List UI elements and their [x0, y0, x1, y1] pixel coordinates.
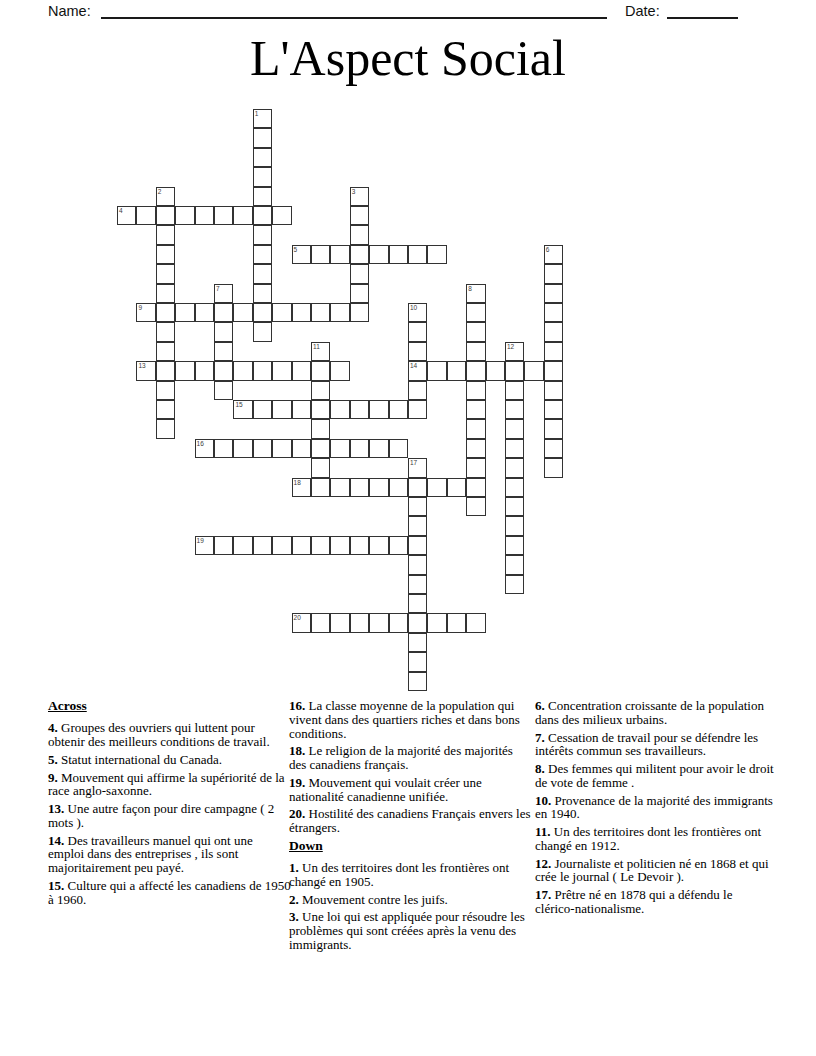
grid-cell[interactable]: [505, 439, 524, 458]
across-heading: Across: [48, 699, 291, 713]
grid-cell[interactable]: [195, 206, 214, 225]
grid-cell[interactable]: [330, 400, 349, 419]
grid-cell[interactable]: [214, 303, 233, 322]
grid-cell[interactable]: [350, 303, 369, 322]
grid-cell[interactable]: [330, 303, 349, 322]
grid-cell[interactable]: [311, 419, 330, 438]
grid-cell[interactable]: [544, 419, 563, 438]
grid-cell[interactable]: [233, 206, 252, 225]
grid-cell[interactable]: [156, 303, 175, 322]
clue-number-label: 16.: [289, 698, 305, 713]
grid-cell[interactable]: [408, 652, 427, 671]
grid-cell[interactable]: [408, 633, 427, 652]
grid-cell[interactable]: [427, 361, 446, 380]
clue-18: 18. Le religion de la majorité des major…: [289, 744, 532, 772]
grid-cell[interactable]: [156, 225, 175, 244]
grid-cell[interactable]: [408, 322, 427, 341]
grid-cell[interactable]: [505, 342, 524, 361]
grid-cell[interactable]: [272, 361, 291, 380]
clue-column-1: Across4. Groupes des ouvriers qui lutten…: [48, 699, 291, 910]
grid-cell[interactable]: [311, 613, 330, 632]
grid-cell[interactable]: [350, 225, 369, 244]
grid-cell[interactable]: [466, 419, 485, 438]
clue-number-label: 17.: [535, 887, 551, 902]
grid-cell[interactable]: [544, 245, 563, 264]
clue-5: 5. Statut international du Canada.: [48, 753, 291, 767]
grid-cell[interactable]: [272, 206, 291, 225]
grid-cell[interactable]: [272, 439, 291, 458]
grid-cell[interactable]: [253, 148, 272, 167]
grid-cell[interactable]: [253, 361, 272, 380]
clue-19: 19. Mouvement qui voulait créer une nati…: [289, 776, 532, 804]
grid-cell[interactable]: [350, 613, 369, 632]
grid-cell[interactable]: [195, 361, 214, 380]
grid-cell[interactable]: [389, 536, 408, 555]
grid-cell[interactable]: [447, 478, 466, 497]
grid-cell[interactable]: [292, 245, 311, 264]
grid-cell[interactable]: [369, 613, 388, 632]
grid-cell[interactable]: [253, 225, 272, 244]
grid-cell[interactable]: [136, 303, 155, 322]
grid-cell[interactable]: [505, 575, 524, 594]
grid-cell[interactable]: [175, 206, 194, 225]
grid-cell[interactable]: [466, 458, 485, 477]
grid-cell[interactable]: [408, 400, 427, 419]
grid-cell[interactable]: [408, 497, 427, 516]
grid-cell[interactable]: [505, 400, 524, 419]
date-blank-line[interactable]: [667, 0, 738, 19]
grid-cell[interactable]: [350, 245, 369, 264]
grid-cell[interactable]: [350, 187, 369, 206]
clue-number-label: 5.: [48, 752, 58, 767]
grid-cell[interactable]: [330, 439, 349, 458]
grid-cell[interactable]: [195, 439, 214, 458]
grid-cell[interactable]: [544, 342, 563, 361]
grid-cell[interactable]: [369, 439, 388, 458]
grid-cell[interactable]: [253, 206, 272, 225]
grid-cell[interactable]: [350, 284, 369, 303]
grid-cell[interactable]: [369, 400, 388, 419]
grid-cell[interactable]: [369, 478, 388, 497]
crossword-grid: 4591314151618192012367810111217: [117, 109, 564, 692]
grid-cell[interactable]: [408, 575, 427, 594]
grid-cell[interactable]: [408, 516, 427, 535]
grid-cell[interactable]: [369, 245, 388, 264]
grid-cell[interactable]: [272, 536, 291, 555]
grid-cell[interactable]: [330, 245, 349, 264]
grid-cell[interactable]: [253, 109, 272, 128]
puzzle-title: L'Aspect Social: [0, 31, 816, 86]
clue-16: 16. La classe moyenne de la population q…: [289, 699, 532, 740]
grid-cell[interactable]: [214, 536, 233, 555]
clue-number-label: 12.: [535, 856, 551, 871]
grid-cell[interactable]: [369, 536, 388, 555]
clue-7: 7. Cessation de travail pour se défendre…: [535, 731, 775, 759]
clue-4: 4. Groupes des ouvriers qui luttent pour…: [48, 721, 291, 749]
grid-cell[interactable]: [156, 381, 175, 400]
grid-cell[interactable]: [447, 361, 466, 380]
grid-cell[interactable]: [175, 303, 194, 322]
grid-cell[interactable]: [466, 400, 485, 419]
grid-cell[interactable]: [544, 303, 563, 322]
grid-cell[interactable]: [253, 284, 272, 303]
grid-cell[interactable]: [214, 361, 233, 380]
grid-cell[interactable]: [427, 245, 446, 264]
grid-cell[interactable]: [311, 381, 330, 400]
grid-cell[interactable]: [466, 303, 485, 322]
grid-cell[interactable]: [195, 303, 214, 322]
grid-cell[interactable]: [253, 439, 272, 458]
grid-cell[interactable]: [311, 400, 330, 419]
grid-cell[interactable]: [408, 594, 427, 613]
grid-cell[interactable]: [466, 497, 485, 516]
grid-cell[interactable]: [214, 342, 233, 361]
clue-number-label: 1.: [289, 860, 299, 875]
date-label: Date:: [625, 3, 660, 19]
grid-cell[interactable]: [505, 536, 524, 555]
grid-cell[interactable]: [253, 167, 272, 186]
clue-number-label: 3.: [289, 909, 299, 924]
grid-cell[interactable]: [505, 381, 524, 400]
grid-cell[interactable]: [524, 361, 543, 380]
grid-cell[interactable]: [292, 478, 311, 497]
grid-cell[interactable]: [505, 555, 524, 574]
grid-cell[interactable]: [408, 672, 427, 691]
grid-cell[interactable]: [389, 245, 408, 264]
clue-1: 1. Un des territoires dont les frontière…: [289, 861, 532, 889]
grid-cell[interactable]: [350, 439, 369, 458]
grid-cell[interactable]: [389, 613, 408, 632]
clue-9: 9. Mouvement qui affirme la supériorité …: [48, 771, 291, 799]
grid-cell[interactable]: [311, 536, 330, 555]
grid-cell[interactable]: [253, 245, 272, 264]
grid-cell[interactable]: [214, 206, 233, 225]
grid-cell[interactable]: [156, 400, 175, 419]
grid-cell[interactable]: [156, 419, 175, 438]
grid-cell[interactable]: [505, 458, 524, 477]
grid-cell[interactable]: [311, 439, 330, 458]
grid-cell[interactable]: [195, 536, 214, 555]
grid-cell[interactable]: [486, 361, 505, 380]
clue-number-label: 11.: [535, 824, 551, 839]
grid-cell[interactable]: [292, 536, 311, 555]
down-heading: Down: [289, 839, 532, 853]
grid-cell[interactable]: [408, 478, 427, 497]
grid-cell[interactable]: [505, 361, 524, 380]
clue-number-label: 13.: [48, 801, 64, 816]
clue-6: 6. Concentration croissante de la popula…: [535, 699, 775, 727]
grid-cell[interactable]: [292, 400, 311, 419]
grid-cell[interactable]: [292, 303, 311, 322]
grid-cell[interactable]: [350, 264, 369, 283]
grid-cell[interactable]: [544, 264, 563, 283]
clue-number-label: 2.: [289, 892, 299, 907]
grid-cell[interactable]: [136, 206, 155, 225]
clue-number-label: 4.: [48, 720, 58, 735]
grid-cell[interactable]: [156, 245, 175, 264]
clue-15: 15. Culture qui a affecté les canadiens …: [48, 879, 291, 907]
clue-number-label: 19.: [289, 775, 305, 790]
grid-cell[interactable]: [389, 400, 408, 419]
grid-cell[interactable]: [505, 419, 524, 438]
grid-cell[interactable]: [544, 439, 563, 458]
name-blank-line[interactable]: [101, 0, 607, 19]
name-label: Name:: [48, 3, 91, 19]
grid-cell[interactable]: [389, 478, 408, 497]
clue-number-label: 7.: [535, 730, 545, 745]
clue-column-3: 6. Concentration croissante de la popula…: [535, 699, 775, 920]
clue-number-label: 20.: [289, 806, 305, 821]
clue-number-label: 9.: [48, 770, 58, 785]
grid-cell[interactable]: [466, 381, 485, 400]
grid-cell[interactable]: [466, 478, 485, 497]
grid-cell[interactable]: [214, 284, 233, 303]
grid-cell[interactable]: [408, 555, 427, 574]
grid-cell[interactable]: [311, 245, 330, 264]
clue-number-label: 8.: [535, 761, 545, 776]
grid-cell[interactable]: [292, 361, 311, 380]
grid-cell[interactable]: [427, 613, 446, 632]
grid-cell[interactable]: [466, 613, 485, 632]
grid-cell[interactable]: [544, 381, 563, 400]
grid-cell[interactable]: [408, 245, 427, 264]
clue-number-label: 18.: [289, 743, 305, 758]
grid-cell[interactable]: [311, 361, 330, 380]
clue-17: 17. Prêtre né en 1878 qui a défendu le c…: [535, 888, 775, 916]
grid-cell[interactable]: [389, 439, 408, 458]
grid-cell[interactable]: [311, 478, 330, 497]
clue-3: 3. Une loi qui est appliquée pour résoud…: [289, 910, 532, 951]
grid-cell[interactable]: [253, 322, 272, 341]
grid-cell[interactable]: [117, 206, 136, 225]
grid-cell[interactable]: [292, 439, 311, 458]
grid-cell[interactable]: [330, 613, 349, 632]
grid-cell[interactable]: [408, 536, 427, 555]
grid-cell[interactable]: [272, 400, 291, 419]
grid-cell[interactable]: [466, 284, 485, 303]
grid-cell[interactable]: [330, 478, 349, 497]
grid-cell[interactable]: [253, 187, 272, 206]
grid-cell[interactable]: [233, 439, 252, 458]
grid-cell[interactable]: [156, 361, 175, 380]
grid-cell[interactable]: [447, 613, 466, 632]
clue-8: 8. Des femmes qui militent pour avoir le…: [535, 762, 775, 790]
grid-cell[interactable]: [253, 536, 272, 555]
grid-cell[interactable]: [311, 342, 330, 361]
grid-cell[interactable]: [311, 458, 330, 477]
grid-cell[interactable]: [466, 361, 485, 380]
grid-cell[interactable]: [233, 536, 252, 555]
grid-cell[interactable]: [544, 400, 563, 419]
grid-cell[interactable]: [408, 342, 427, 361]
clue-11: 11. Un des territoires dont les frontièr…: [535, 825, 775, 853]
grid-cell[interactable]: [214, 381, 233, 400]
grid-cell[interactable]: [505, 497, 524, 516]
clue-12: 12. Journaliste et politicien né en 1868…: [535, 857, 775, 885]
grid-cell[interactable]: [136, 361, 155, 380]
grid-cell[interactable]: [544, 284, 563, 303]
grid-cell[interactable]: [272, 303, 291, 322]
grid-cell[interactable]: [233, 361, 252, 380]
grid-cell[interactable]: [156, 322, 175, 341]
grid-cell[interactable]: [408, 613, 427, 632]
grid-cell[interactable]: [544, 361, 563, 380]
grid-cell[interactable]: [350, 536, 369, 555]
grid-cell[interactable]: [466, 439, 485, 458]
clue-10: 10. Provenance de la majorité des immigr…: [535, 794, 775, 822]
grid-cell[interactable]: [253, 264, 272, 283]
grid-cell[interactable]: [466, 342, 485, 361]
grid-cell[interactable]: [214, 439, 233, 458]
clue-number-label: 14.: [48, 833, 64, 848]
grid-cell[interactable]: [408, 361, 427, 380]
grid-cell[interactable]: [408, 381, 427, 400]
grid-cell[interactable]: [350, 206, 369, 225]
grid-cell[interactable]: [505, 516, 524, 535]
grid-cell[interactable]: [233, 400, 252, 419]
grid-cell[interactable]: [408, 303, 427, 322]
grid-cell[interactable]: [253, 128, 272, 147]
clue-13: 13. Une autre façon pour dire campagne (…: [48, 802, 291, 830]
grid-cell[interactable]: [156, 264, 175, 283]
grid-cell[interactable]: [175, 361, 194, 380]
grid-cell[interactable]: [408, 458, 427, 477]
clue-column-2: 16. La classe moyenne de la population q…: [289, 699, 532, 956]
grid-cell[interactable]: [350, 478, 369, 497]
grid-cell[interactable]: [253, 303, 272, 322]
clue-14: 14. Des travailleurs manuel qui ont une …: [48, 834, 291, 875]
grid-cell[interactable]: [253, 400, 272, 419]
grid-cell[interactable]: [214, 322, 233, 341]
grid-cell[interactable]: [427, 478, 446, 497]
grid-cell[interactable]: [156, 284, 175, 303]
clue-20: 20. Hostilité des canadiens Français env…: [289, 807, 532, 835]
grid-cell[interactable]: [544, 322, 563, 341]
grid-cell[interactable]: [505, 478, 524, 497]
grid-cell[interactable]: [311, 303, 330, 322]
grid-cell[interactable]: [330, 361, 349, 380]
grid-cell[interactable]: [466, 322, 485, 341]
clue-2: 2. Mouvement contre les juifs.: [289, 893, 532, 907]
grid-cell[interactable]: [156, 342, 175, 361]
clue-number-label: 6.: [535, 698, 545, 713]
grid-cell[interactable]: [233, 303, 252, 322]
grid-cell[interactable]: [330, 536, 349, 555]
grid-cell[interactable]: [544, 458, 563, 477]
grid-cell[interactable]: [156, 206, 175, 225]
clue-number-label: 10.: [535, 793, 551, 808]
grid-cell[interactable]: [292, 613, 311, 632]
clue-number-label: 15.: [48, 878, 64, 893]
grid-cell[interactable]: [156, 187, 175, 206]
grid-cell[interactable]: [350, 400, 369, 419]
